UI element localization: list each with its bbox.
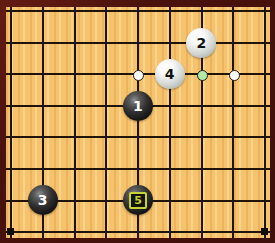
board-intersection[interactable] [122, 27, 154, 59]
board-intersection[interactable] [122, 121, 154, 153]
board-intersection[interactable] [249, 153, 270, 185]
white-candidate-marker[interactable] [229, 70, 240, 81]
star-point-dot [261, 228, 268, 235]
board-intersection[interactable]: 1 [122, 90, 154, 122]
board-intersection[interactable] [6, 27, 27, 59]
move-number: 3 [38, 193, 48, 207]
board-intersection[interactable] [154, 216, 186, 238]
board-intersection[interactable] [90, 153, 122, 185]
board-intersection[interactable] [249, 58, 270, 90]
board-intersection[interactable] [217, 7, 249, 27]
go-board-grid: 24135 [6, 7, 270, 238]
green-candidate-marker[interactable] [197, 70, 208, 81]
board-intersection[interactable] [154, 27, 186, 59]
white-candidate-marker[interactable] [133, 70, 144, 81]
board-intersection[interactable] [122, 7, 154, 27]
board-intersection[interactable] [27, 58, 59, 90]
black-stone[interactable]: 5 [123, 185, 153, 215]
last-move-number: 5 [129, 192, 147, 209]
board-intersection[interactable] [186, 7, 218, 27]
board-intersection[interactable] [217, 153, 249, 185]
black-stone[interactable]: 1 [123, 91, 153, 121]
board-intersection[interactable] [59, 121, 91, 153]
board-intersection[interactable] [154, 7, 186, 27]
board-intersection[interactable] [186, 58, 218, 90]
board-intersection[interactable] [59, 90, 91, 122]
white-stone[interactable]: 4 [155, 59, 185, 89]
board-intersection[interactable] [217, 185, 249, 217]
go-diagram: 24135 [0, 0, 275, 243]
board-intersection[interactable] [249, 121, 270, 153]
board-intersection[interactable]: 5 [122, 185, 154, 217]
board-intersection[interactable] [154, 153, 186, 185]
board-intersection[interactable] [27, 27, 59, 59]
board-intersection[interactable] [59, 7, 91, 27]
board-intersection[interactable] [59, 27, 91, 59]
board-intersection[interactable] [90, 185, 122, 217]
board-intersection[interactable] [249, 7, 270, 27]
board-intersection[interactable] [186, 121, 218, 153]
board-intersection[interactable] [6, 7, 27, 27]
board-intersection[interactable] [217, 58, 249, 90]
board-intersection[interactable] [27, 153, 59, 185]
board-intersection[interactable] [186, 185, 218, 217]
board-intersection[interactable] [186, 216, 218, 238]
board-intersection[interactable] [6, 121, 27, 153]
board-intersection[interactable] [249, 90, 270, 122]
board-intersection[interactable] [90, 216, 122, 238]
board-intersection[interactable] [59, 153, 91, 185]
white-stone[interactable]: 2 [186, 28, 216, 58]
board-intersection[interactable] [186, 90, 218, 122]
board-intersection[interactable] [217, 27, 249, 59]
board-intersection[interactable] [90, 121, 122, 153]
board-intersection[interactable] [6, 153, 27, 185]
board-intersection[interactable] [59, 185, 91, 217]
black-stone[interactable]: 3 [28, 185, 58, 215]
board-intersection[interactable] [217, 90, 249, 122]
board-intersection[interactable] [90, 58, 122, 90]
board-intersection[interactable] [90, 7, 122, 27]
move-number: 1 [133, 99, 143, 113]
move-number: 4 [165, 67, 175, 81]
board-intersection[interactable] [90, 90, 122, 122]
board-intersection[interactable] [27, 121, 59, 153]
board-intersection[interactable] [90, 27, 122, 59]
board-intersection[interactable]: 4 [154, 58, 186, 90]
board-intersection[interactable] [27, 90, 59, 122]
board-intersection[interactable] [249, 27, 270, 59]
board-intersection[interactable] [6, 185, 27, 217]
board-intersection[interactable] [122, 58, 154, 90]
board-intersection[interactable] [27, 7, 59, 27]
board-intersection[interactable] [59, 58, 91, 90]
board-intersection[interactable] [27, 216, 59, 238]
board-intersection[interactable] [217, 216, 249, 238]
board-intersection[interactable] [249, 185, 270, 217]
board-intersection[interactable] [59, 216, 91, 238]
board-intersection[interactable] [6, 216, 27, 238]
star-point-dot [7, 228, 14, 235]
board-intersection[interactable] [154, 185, 186, 217]
board-intersection[interactable] [122, 153, 154, 185]
move-number: 2 [197, 36, 207, 50]
board-intersection[interactable] [6, 58, 27, 90]
board-intersection[interactable] [217, 121, 249, 153]
board-wood-surface: 24135 [6, 7, 270, 238]
board-intersection[interactable]: 3 [27, 185, 59, 217]
board-intersection[interactable] [154, 121, 186, 153]
board-intersection[interactable] [186, 153, 218, 185]
board-intersection[interactable] [154, 90, 186, 122]
board-intersection[interactable]: 2 [186, 27, 218, 59]
board-intersection[interactable] [249, 216, 270, 238]
board-intersection[interactable] [122, 216, 154, 238]
board-intersection[interactable] [6, 90, 27, 122]
